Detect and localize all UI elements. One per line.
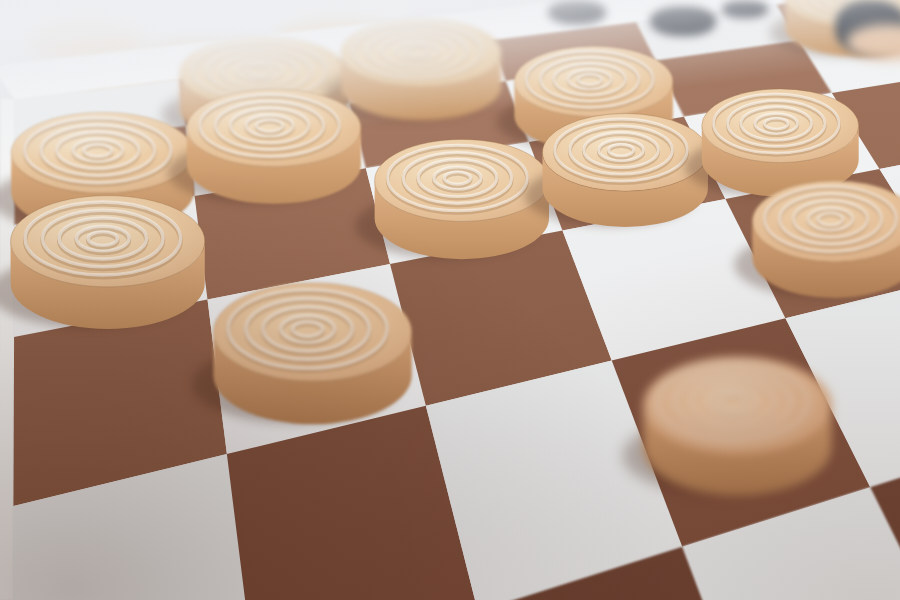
- piece-ring: [88, 232, 117, 246]
- piece-shadow: [623, 416, 819, 494]
- piece-ring: [84, 144, 111, 156]
- checker-piece-light: [497, 46, 673, 150]
- piece-ring-groove: [584, 134, 658, 169]
- piece-top: [785, 0, 900, 27]
- blurred-light-piece: [412, 42, 524, 76]
- board-square: [426, 360, 682, 600]
- photo-scene: [0, 0, 900, 600]
- piece-top: [543, 113, 708, 191]
- piece-ring-groove: [728, 103, 825, 149]
- board-square: [725, 169, 900, 318]
- piece-top: [341, 19, 501, 86]
- piece-ring-groove: [674, 375, 791, 436]
- piece-ring-groove: [77, 228, 129, 253]
- piece-ring: [808, 208, 852, 230]
- piece-ring: [59, 218, 146, 259]
- blurred-pink-piece: [846, 24, 900, 60]
- piece-ring: [405, 46, 429, 56]
- piece-top: [180, 38, 347, 108]
- piece-ring-groove: [353, 25, 481, 79]
- piece-ring: [578, 74, 602, 85]
- blurred-dark-piece: [650, 6, 716, 36]
- piece-ring-groove: [207, 51, 311, 95]
- piece-ring: [57, 132, 139, 169]
- board-square: [366, 142, 563, 264]
- blurred-dark-piece: [722, 0, 768, 18]
- piece-side: [180, 73, 347, 143]
- piece-ring: [388, 145, 528, 211]
- piece-shadow: [0, 255, 191, 328]
- piece-top: [187, 89, 361, 166]
- checker-piece-light: [0, 112, 194, 232]
- piece-ring-groove: [526, 53, 653, 109]
- piece-ring-groove: [719, 398, 747, 413]
- piece-ring: [555, 119, 687, 181]
- piece-ring: [554, 64, 625, 96]
- board-square: [186, 103, 366, 196]
- piece-top: [11, 112, 194, 193]
- piece-ring-groove: [237, 63, 282, 82]
- checker-piece-light: [684, 89, 858, 197]
- piece-ring-groove: [657, 366, 807, 444]
- board-square: [870, 432, 900, 600]
- piece-ring-groove: [57, 134, 139, 171]
- piece-ring-groove: [246, 301, 369, 362]
- piece-ring: [808, 0, 896, 14]
- piece-ring-groove: [808, 210, 852, 232]
- piece-ring-groove: [434, 169, 481, 191]
- piece-top: [213, 283, 411, 381]
- board-square: [390, 231, 612, 406]
- piece-ring-groove: [741, 109, 812, 142]
- board-square: [195, 168, 391, 299]
- piece-ring: [541, 58, 639, 102]
- checker-piece-light: [0, 196, 205, 329]
- piece-shadow: [323, 65, 490, 119]
- board-square: [879, 141, 900, 279]
- piece-ring-groove: [841, 0, 862, 1]
- piece-ring: [222, 55, 297, 87]
- piece-ring-groove: [418, 162, 496, 199]
- piece-side: [785, 0, 900, 57]
- piece-ring: [657, 364, 807, 442]
- piece-ring: [728, 101, 825, 147]
- board-left-margin: [0, 98, 15, 600]
- board-square: [478, 547, 782, 600]
- piece-ring: [714, 94, 840, 153]
- piece-ring: [77, 226, 129, 251]
- piece-ring: [381, 35, 453, 65]
- board-square: [14, 196, 207, 337]
- blurred-light-piece: [388, 76, 510, 116]
- piece-ring-groove: [541, 59, 639, 103]
- piece-ring-groove: [568, 72, 611, 91]
- piece-ring-groove: [578, 76, 602, 87]
- piece-ring: [263, 307, 352, 351]
- blurred-light-piece: [278, 18, 396, 52]
- piece-side: [514, 82, 673, 151]
- board-square: [682, 487, 900, 600]
- piece-shadow: [497, 94, 662, 150]
- piece-ring: [192, 42, 326, 98]
- board-square: [785, 279, 900, 488]
- piece-ring-groove: [84, 146, 111, 158]
- piece-ring: [599, 140, 644, 161]
- piece-ring-groove: [200, 97, 339, 159]
- background-pieces-layer: [0, 0, 900, 600]
- piece-ring-groove: [555, 121, 687, 183]
- piece-ring: [293, 322, 323, 337]
- board-square: [684, 93, 879, 199]
- piece-ring: [444, 172, 470, 184]
- piece-side: [752, 221, 900, 298]
- piece-ring-groove: [43, 212, 163, 269]
- piece-top: [643, 357, 831, 455]
- board-square: [12, 454, 255, 600]
- piece-ring-groove: [690, 383, 775, 427]
- checker-piece-light: [769, 0, 900, 57]
- piece-ring-groove: [293, 324, 323, 339]
- piece-top: [11, 196, 205, 287]
- piece-side: [375, 180, 549, 259]
- checker-piece-light: [192, 283, 412, 424]
- piece-ring: [796, 0, 900, 19]
- piece-ring-groove: [714, 96, 840, 155]
- piece-ring-groove: [796, 0, 900, 21]
- piece-shadow: [192, 345, 398, 424]
- piece-ring-groove: [216, 104, 324, 152]
- piece-ring: [25, 118, 171, 183]
- board-row: [12, 175, 900, 600]
- checker-piece-light: [168, 89, 361, 204]
- blurred-light-piece: [500, 58, 596, 90]
- checker-piece-light: [161, 38, 347, 143]
- piece-shadow: [0, 167, 181, 232]
- piece-ring-groove: [41, 127, 154, 177]
- piece-ring-groove: [192, 44, 326, 100]
- piece-ring: [719, 395, 747, 410]
- piece-ring: [257, 120, 283, 132]
- piece-ring: [237, 61, 282, 80]
- board-square: [529, 117, 726, 231]
- piece-ring-groove: [707, 392, 758, 418]
- piece-ring-groove: [25, 120, 171, 185]
- piece-ring: [570, 126, 673, 174]
- piece-side: [543, 152, 708, 227]
- piece-ring: [200, 95, 339, 157]
- board-square: [15, 79, 186, 150]
- board-square: [636, 5, 799, 61]
- piece-side: [702, 126, 859, 197]
- piece-ring: [765, 118, 789, 129]
- piece-ring: [818, 213, 843, 225]
- piece-ring-groove: [793, 203, 867, 240]
- vignette-overlay: [0, 0, 900, 600]
- piece-ring-groove: [755, 115, 797, 135]
- piece-ring-groove: [25, 204, 180, 277]
- blurred-light-piece: [140, 40, 262, 78]
- blurred-dark-piece: [835, 0, 900, 54]
- piece-ring: [779, 194, 881, 245]
- piece-ring: [609, 144, 634, 156]
- piece-ring-groove: [833, 0, 871, 5]
- piece-ring-groove: [263, 309, 352, 353]
- piece-ring-groove: [403, 155, 511, 206]
- board-row: [14, 28, 900, 337]
- piece-ring-groove: [570, 128, 673, 176]
- piece-ring: [73, 139, 122, 161]
- piece-ring: [707, 389, 758, 415]
- piece-ring: [41, 125, 154, 175]
- piece-ring: [526, 51, 653, 107]
- board-square: [490, 22, 655, 81]
- board-far-margin: [0, 0, 900, 100]
- piece-shadow: [168, 141, 349, 203]
- board-square: [15, 126, 195, 225]
- board-row: [15, 0, 900, 150]
- board-square: [208, 264, 426, 454]
- board-square: [338, 40, 506, 103]
- piece-ring-groove: [88, 234, 117, 248]
- checker-piece-light: [323, 19, 501, 120]
- piece-side: [341, 53, 501, 120]
- piece-ring-groove: [765, 120, 789, 131]
- piece-ring: [765, 186, 897, 251]
- piece-top: [514, 46, 673, 117]
- piece-ring: [793, 201, 867, 238]
- piece-ring: [820, 0, 884, 9]
- piece-ring-groove: [247, 67, 272, 78]
- checkers-board: [0, 0, 900, 600]
- blurred-dark-piece: [548, 0, 606, 24]
- piece-ring: [281, 316, 335, 343]
- piece-ring: [434, 167, 481, 189]
- piece-ring: [228, 290, 387, 369]
- blurred-light-piece: [228, 62, 360, 104]
- piece-ring-groove: [73, 141, 122, 163]
- piece-side: [213, 332, 411, 424]
- piece-ring: [246, 299, 369, 360]
- piece-ring: [247, 65, 272, 76]
- piece-ring: [403, 153, 511, 204]
- piece-ring: [216, 102, 324, 150]
- board-square: [13, 299, 226, 506]
- piece-ring-groove: [395, 43, 438, 61]
- board-square: [562, 199, 785, 361]
- board-square: [180, 60, 349, 127]
- checker-piece-light: [355, 139, 549, 259]
- piece-ring-groove: [609, 146, 634, 158]
- piece-side: [11, 153, 194, 233]
- piece-ring-groove: [405, 47, 429, 57]
- board-square: [799, 21, 900, 93]
- piece-shadow: [769, 9, 900, 56]
- piece-top: [752, 181, 900, 262]
- board-row: [13, 89, 900, 506]
- table-edge-blur: [0, 0, 410, 43]
- checker-piece-light: [734, 181, 900, 298]
- board-row: [11, 294, 900, 600]
- piece-ring: [395, 42, 438, 60]
- piece-ring: [43, 210, 163, 267]
- piece-ring-groove: [388, 147, 528, 213]
- piece-ring-groove: [367, 31, 466, 73]
- piece-ring: [568, 70, 611, 89]
- board-square: [506, 60, 684, 141]
- piece-side: [187, 128, 361, 204]
- piece-top: [702, 89, 859, 163]
- piece-ring: [367, 30, 466, 72]
- piece-ring: [833, 0, 871, 3]
- piece-ring-groove: [765, 188, 897, 253]
- background-blur-area: [0, 0, 900, 600]
- piece-ring-groove: [554, 65, 625, 97]
- piece-shadow: [684, 137, 847, 196]
- checker-piece-light: [623, 357, 832, 496]
- piece-ring-groove: [808, 0, 896, 15]
- piece-top: [375, 139, 549, 221]
- board-square: [656, 40, 832, 116]
- piece-ring: [755, 114, 797, 134]
- piece-ring: [230, 108, 308, 143]
- piece-ring-groove: [257, 122, 283, 134]
- blurred-light-piece: [30, 22, 142, 58]
- piece-ring: [353, 24, 481, 78]
- piece-ring-groove: [381, 37, 453, 67]
- piece-ring: [25, 202, 180, 275]
- piece-ring-groove: [779, 196, 881, 247]
- piece-shadow: [355, 193, 536, 259]
- piece-ring: [674, 372, 791, 433]
- depth-of-field-haze: [0, 0, 900, 177]
- piece-shadow: [161, 86, 335, 142]
- blurred-light-piece: [78, 74, 220, 118]
- piece-ring-groove: [246, 117, 293, 138]
- piece-ring: [584, 133, 658, 168]
- piece-side: [11, 241, 205, 329]
- piece-ring-groove: [281, 318, 335, 345]
- piece-ring: [690, 381, 775, 425]
- board-row: [15, 0, 900, 225]
- piece-ring: [246, 115, 293, 136]
- piece-ring-groove: [59, 220, 146, 261]
- checker-piece-light: [524, 113, 708, 227]
- board-square: [832, 70, 900, 169]
- board-square: [349, 81, 528, 168]
- piece-ring-groove: [228, 292, 387, 371]
- piece-ring-groove: [818, 215, 843, 227]
- piece-ring: [418, 160, 496, 197]
- board-square: [776, 0, 900, 40]
- piece-shadow: [524, 164, 696, 226]
- piece-ring-groove: [599, 141, 644, 162]
- piece-ring-groove: [444, 174, 470, 186]
- piece-ring-groove: [230, 110, 308, 145]
- piece-side: [643, 406, 831, 496]
- piece-shadow: [734, 232, 900, 297]
- board-square: [612, 318, 871, 547]
- piece-ring: [207, 49, 311, 93]
- piece-ring: [741, 107, 812, 140]
- piece-ring-groove: [820, 0, 884, 10]
- piece-ring-groove: [222, 57, 297, 89]
- board-square: [227, 406, 478, 600]
